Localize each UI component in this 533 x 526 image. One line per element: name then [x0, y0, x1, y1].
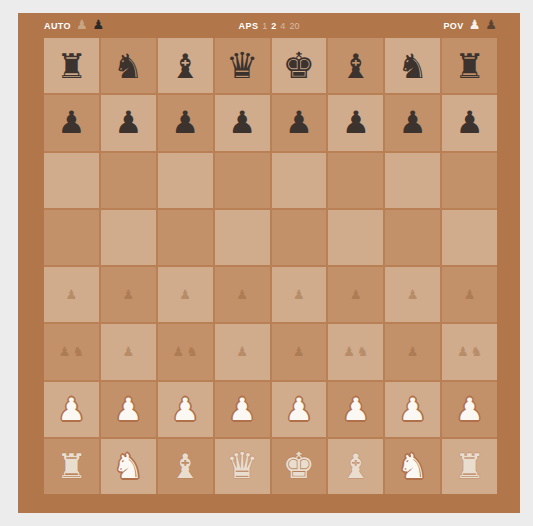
- white-bishop: ♝: [170, 449, 200, 483]
- square-b7[interactable]: ♟: [101, 95, 156, 150]
- square-h2[interactable]: ♟: [442, 382, 497, 437]
- square-h7[interactable]: ♟: [442, 95, 497, 150]
- square-b6[interactable]: [101, 153, 156, 208]
- square-d4[interactable]: ♟: [215, 267, 270, 322]
- black-knight: ♞: [113, 49, 143, 83]
- square-f3[interactable]: ♟♞: [328, 324, 383, 379]
- ghost-white-pawn: ♟: [457, 345, 469, 358]
- square-h8[interactable]: ♜: [442, 38, 497, 93]
- black-pawn: ♟: [285, 107, 313, 138]
- black-king: ♚: [283, 48, 315, 84]
- black-rook: ♜: [56, 49, 86, 83]
- square-f5[interactable]: [328, 210, 383, 265]
- square-c5[interactable]: [158, 210, 213, 265]
- square-b3[interactable]: ♟: [101, 324, 156, 379]
- square-b2[interactable]: ♟: [101, 382, 156, 437]
- black-queen: ♛: [226, 48, 258, 84]
- ghost-white-knight: ♞: [357, 345, 369, 358]
- ghost-white-pawn: ♟: [122, 345, 134, 358]
- square-d8[interactable]: ♛: [215, 38, 270, 93]
- ghost-white-pawn: ♟: [236, 288, 248, 301]
- black-pawn: ♟: [342, 107, 370, 138]
- square-b4[interactable]: ♟: [101, 267, 156, 322]
- ghost-white-pawn: ♟: [59, 345, 71, 358]
- ghost-white-pawn: ♟: [293, 345, 305, 358]
- square-c2[interactable]: ♟: [158, 382, 213, 437]
- ghost-white-knight: ♞: [186, 345, 198, 358]
- square-f7[interactable]: ♟: [328, 95, 383, 150]
- white-pawn: ♟: [456, 394, 484, 425]
- square-f4[interactable]: ♟: [328, 267, 383, 322]
- white-knight: ♞: [113, 449, 143, 483]
- ghost-white-pawn: ♟: [293, 288, 305, 301]
- aps-control: APS 1 2 4 20: [239, 13, 300, 38]
- ghost-white-knight: ♞: [72, 345, 84, 358]
- square-h6[interactable]: [442, 153, 497, 208]
- square-f8[interactable]: ♝: [328, 38, 383, 93]
- auto-white-pawn-icon[interactable]: ♟: [76, 18, 88, 31]
- white-pawn: ♟: [285, 394, 313, 425]
- square-g7[interactable]: ♟: [385, 95, 440, 150]
- square-d2[interactable]: ♟: [215, 382, 270, 437]
- aps-option-1[interactable]: 1: [262, 21, 267, 31]
- square-d1[interactable]: ♛: [215, 439, 270, 494]
- aps-option-4[interactable]: 4: [280, 21, 285, 31]
- square-h5[interactable]: [442, 210, 497, 265]
- square-e4[interactable]: ♟: [272, 267, 327, 322]
- square-d6[interactable]: [215, 153, 270, 208]
- square-c7[interactable]: ♟: [158, 95, 213, 150]
- square-g2[interactable]: ♟: [385, 382, 440, 437]
- ghost-white-pawn: ♟: [179, 288, 191, 301]
- white-rook: ♜: [454, 449, 484, 483]
- ghost-white-pawn: ♟: [236, 345, 248, 358]
- square-a1[interactable]: ♜: [44, 439, 99, 494]
- square-c3[interactable]: ♟♞: [158, 324, 213, 379]
- pov-black-pawn-icon[interactable]: ♟: [485, 18, 497, 31]
- square-g8[interactable]: ♞: [385, 38, 440, 93]
- ghost-white-knight: ♞: [471, 345, 483, 358]
- pov-white-pawn-icon[interactable]: ♟: [469, 18, 481, 31]
- white-rook: ♜: [56, 449, 86, 483]
- white-pawn: ♟: [399, 394, 427, 425]
- square-e6[interactable]: [272, 153, 327, 208]
- square-e8[interactable]: ♚: [272, 38, 327, 93]
- square-c4[interactable]: ♟: [158, 267, 213, 322]
- white-bishop: ♝: [341, 449, 371, 483]
- black-pawn: ♟: [399, 107, 427, 138]
- square-g1[interactable]: ♞: [385, 439, 440, 494]
- aps-label: APS: [239, 21, 259, 31]
- ghost-white-pawn: ♟: [464, 288, 476, 301]
- square-b5[interactable]: [101, 210, 156, 265]
- square-g6[interactable]: [385, 153, 440, 208]
- square-e2[interactable]: ♟: [272, 382, 327, 437]
- square-h4[interactable]: ♟: [442, 267, 497, 322]
- square-c8[interactable]: ♝: [158, 38, 213, 93]
- square-g3[interactable]: ♟: [385, 324, 440, 379]
- square-e5[interactable]: [272, 210, 327, 265]
- white-pawn: ♟: [171, 394, 199, 425]
- square-f1[interactable]: ♝: [328, 439, 383, 494]
- white-queen: ♛: [226, 448, 258, 484]
- square-c6[interactable]: [158, 153, 213, 208]
- square-h1[interactable]: ♜: [442, 439, 497, 494]
- black-pawn: ♟: [114, 107, 142, 138]
- auto-label: AUTO: [44, 21, 71, 31]
- square-f6[interactable]: [328, 153, 383, 208]
- ghost-white-pawn: ♟: [350, 288, 362, 301]
- square-b1[interactable]: ♞: [101, 439, 156, 494]
- square-e3[interactable]: ♟: [272, 324, 327, 379]
- square-g4[interactable]: ♟: [385, 267, 440, 322]
- pov-control[interactable]: POV ♟ ♟: [443, 19, 497, 32]
- white-pawn: ♟: [58, 394, 86, 425]
- black-bishop: ♝: [341, 49, 371, 83]
- white-king: ♚: [283, 448, 315, 484]
- black-pawn: ♟: [456, 107, 484, 138]
- black-bishop: ♝: [170, 49, 200, 83]
- square-a8[interactable]: ♜: [44, 38, 99, 93]
- square-b8[interactable]: ♞: [101, 38, 156, 93]
- ghost-white-pawn: ♟: [407, 345, 419, 358]
- ghost-white-pawn: ♟: [122, 288, 134, 301]
- square-d3[interactable]: ♟: [215, 324, 270, 379]
- square-a5[interactable]: [44, 210, 99, 265]
- black-pawn: ♟: [171, 107, 199, 138]
- black-knight: ♞: [397, 49, 427, 83]
- black-pawn: ♟: [228, 107, 256, 138]
- square-g5[interactable]: [385, 210, 440, 265]
- white-pawn: ♟: [228, 394, 256, 425]
- square-f2[interactable]: ♟: [328, 382, 383, 437]
- square-e1[interactable]: ♚: [272, 439, 327, 494]
- white-pawn: ♟: [342, 394, 370, 425]
- square-a4[interactable]: ♟: [44, 267, 99, 322]
- aps-option-20[interactable]: 20: [289, 21, 299, 31]
- ghost-white-pawn: ♟: [66, 288, 78, 301]
- square-d5[interactable]: [215, 210, 270, 265]
- black-pawn: ♟: [58, 107, 86, 138]
- board: ♜♞♝♛♚♝♞♜♟♟♟♟♟♟♟♟♟♟♟♟♟♟♟♟♟♞♟♟♞♟♟♟♞♟♟♞♟♟♟♟…: [44, 38, 497, 494]
- top-bar: AUTO ♟ ♟ APS 1 2 4 20 POV ♟ ♟: [18, 13, 520, 38]
- white-knight: ♞: [397, 449, 427, 483]
- ghost-white-pawn: ♟: [407, 288, 419, 301]
- square-a3[interactable]: ♟♞: [44, 324, 99, 379]
- square-d7[interactable]: ♟: [215, 95, 270, 150]
- square-a6[interactable]: [44, 153, 99, 208]
- white-pawn: ♟: [114, 394, 142, 425]
- chess-app: AUTO ♟ ♟ APS 1 2 4 20 POV ♟ ♟ ♜♞♝♛♚♝♞♜♟♟…: [18, 13, 520, 513]
- square-a7[interactable]: ♟: [44, 95, 99, 150]
- ghost-white-pawn: ♟: [343, 345, 355, 358]
- pov-label: POV: [443, 21, 463, 31]
- square-e7[interactable]: ♟: [272, 95, 327, 150]
- ghost-white-pawn: ♟: [173, 345, 185, 358]
- auto-control[interactable]: AUTO ♟ ♟: [44, 19, 104, 32]
- square-c1[interactable]: ♝: [158, 439, 213, 494]
- black-rook: ♜: [454, 49, 484, 83]
- aps-option-2[interactable]: 2: [271, 21, 276, 31]
- square-a2[interactable]: ♟: [44, 382, 99, 437]
- auto-black-pawn-icon[interactable]: ♟: [93, 18, 105, 31]
- square-h3[interactable]: ♟♞: [442, 324, 497, 379]
